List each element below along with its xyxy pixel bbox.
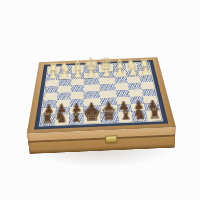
- chess-piece-brown: ♞: [133, 107, 148, 122]
- board-cell[interactable]: [58, 86, 71, 93]
- board-cell[interactable]: ♚: [84, 113, 102, 124]
- chess-piece-white: ♟: [87, 68, 97, 78]
- chess-piece-white: ♟: [115, 67, 125, 77]
- board-cell[interactable]: [115, 83, 129, 90]
- board-cell[interactable]: ♟: [138, 70, 151, 77]
- board-cell[interactable]: ♜: [146, 110, 162, 121]
- chess-piece-white: ♟: [140, 66, 150, 76]
- board-cell[interactable]: [128, 83, 142, 90]
- board-cell[interactable]: ♞: [132, 111, 148, 122]
- chess-set-photo-scene: ♜♞♝♚♛♝♞♜♟♟♟♟♟♟♟♟♟♟♟♟♟♟♟♟♜♞♝♚♛♝♞♜: [0, 0, 200, 200]
- board-cell[interactable]: [140, 82, 154, 89]
- board-cell[interactable]: [100, 84, 116, 91]
- chess-piece-white: ♟: [48, 70, 58, 80]
- board-cell[interactable]: ♟: [126, 70, 139, 77]
- chess-piece-white: ♟: [102, 68, 112, 78]
- chess-piece-brown: ♜: [148, 107, 161, 121]
- brass-clasp-icon: [105, 135, 118, 143]
- chess-piece-white: ♟: [60, 70, 70, 80]
- case-lid-seam: [28, 135, 176, 143]
- board-cell[interactable]: ♞: [54, 114, 69, 125]
- chess-piece-white: ♟: [128, 67, 138, 77]
- chess-piece-brown: ♝: [68, 109, 84, 125]
- case-lid-oak-rim: ♜♞♝♚♛♝♞♜♟♟♟♟♟♟♟♟♟♟♟♟♟♟♟♟♜♞♝♚♛♝♞♜: [27, 57, 176, 134]
- board-cell[interactable]: ♜: [40, 115, 55, 126]
- navy-board-frame: ♜♞♝♚♛♝♞♜♟♟♟♟♟♟♟♟♟♟♟♟♟♟♟♟♜♞♝♚♛♝♞♜: [34, 60, 168, 130]
- board-cell[interactable]: ♝: [69, 114, 84, 125]
- chess-piece-white: ♟: [72, 69, 82, 79]
- board-cell[interactable]: ♟: [99, 71, 114, 78]
- chess-piece-brown: ♜: [40, 112, 53, 126]
- chess-piece-brown: ♛: [101, 105, 119, 123]
- chess-piece-brown: ♝: [118, 107, 134, 123]
- chess-piece-brown: ♚: [83, 105, 102, 124]
- board-cell[interactable]: ♟: [71, 73, 84, 80]
- chess-piece-brown: ♞: [54, 110, 69, 125]
- box-tilt-wrapper: ♜♞♝♚♛♝♞♜♟♟♟♟♟♟♟♟♟♟♟♟♟♟♟♟♜♞♝♚♛♝♞♜: [0, 0, 200, 200]
- board-cell[interactable]: [142, 89, 157, 96]
- board-cell[interactable]: ♟: [46, 74, 59, 81]
- board-cell[interactable]: [84, 84, 100, 91]
- board-cell[interactable]: [71, 79, 84, 86]
- board-cell[interactable]: ♝: [117, 111, 133, 122]
- board-cell[interactable]: ♟: [59, 73, 72, 80]
- chess-board-grid: ♜♞♝♚♛♝♞♜♟♟♟♟♟♟♟♟♟♟♟♟♟♟♟♟♜♞♝♚♛♝♞♜: [40, 62, 162, 126]
- board-cell[interactable]: [45, 86, 59, 93]
- board-cell[interactable]: ♛: [101, 112, 118, 123]
